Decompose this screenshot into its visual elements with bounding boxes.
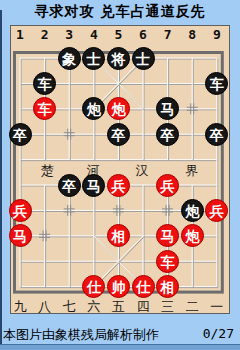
footer-caption: 本图片由象棋残局解析制作	[3, 326, 159, 344]
piece-black-horse: 马	[82, 174, 105, 197]
window-left-edge	[0, 10, 2, 350]
file-label-bottom-3: 七	[60, 298, 78, 316]
file-label-top-5: 5	[109, 27, 127, 42]
piece-black-cannon: 炮	[181, 199, 204, 222]
file-label-top-1: 1	[11, 27, 29, 42]
piece-red-rook: 车	[156, 250, 179, 273]
piece-black-advisor: 士	[82, 47, 105, 70]
piece-red-pawn: 兵	[9, 199, 32, 222]
piece-red-cannon: 炮	[181, 224, 204, 247]
file-label-top-9: 9	[208, 27, 226, 42]
file-label-bottom-2: 八	[36, 298, 54, 316]
piece-red-pawn: 兵	[107, 174, 130, 197]
piece-black-pawn: 卒	[205, 123, 228, 146]
footer-bar: 本图片由象棋残局解析制作 0/27	[0, 326, 240, 344]
file-label-bottom-7: 三	[159, 298, 177, 316]
move-counter: 0/27	[203, 326, 234, 341]
file-label-top-6: 6	[134, 27, 152, 42]
river-label-4: 界	[184, 162, 200, 180]
file-label-bottom-6: 四	[134, 298, 152, 316]
file-label-top-3: 3	[60, 27, 78, 42]
piece-black-pawn: 卒	[58, 174, 81, 197]
piece-black-elephant: 象	[58, 47, 81, 70]
piece-black-pawn: 卒	[107, 123, 130, 146]
page-title: 寻求对攻 兑车占通道反先	[0, 3, 240, 21]
file-label-top-2: 2	[36, 27, 54, 42]
piece-black-advisor: 士	[132, 47, 155, 70]
piece-black-king: 将	[107, 47, 130, 70]
piece-black-pawn: 卒	[156, 123, 179, 146]
file-label-top-7: 7	[159, 27, 177, 42]
piece-red-advisor: 仕	[132, 275, 155, 298]
file-label-bottom-4: 六	[85, 298, 103, 316]
river-label-1: 楚	[39, 162, 55, 180]
piece-red-king: 帅	[107, 275, 130, 298]
piece-black-rook: 车	[33, 72, 56, 95]
river-label-3: 汉	[134, 162, 150, 180]
piece-black-pawn: 卒	[9, 123, 32, 146]
file-label-bottom-1: 九	[11, 298, 29, 316]
piece-red-pawn: 兵	[156, 174, 179, 197]
file-label-bottom-8: 二	[183, 298, 201, 316]
file-label-bottom-9: 一	[208, 298, 226, 316]
piece-red-horse: 马	[9, 224, 32, 247]
window-bottom-edge	[0, 344, 240, 350]
file-label-bottom-5: 五	[109, 298, 127, 316]
file-label-top-4: 4	[85, 27, 103, 42]
file-label-top-8: 8	[183, 27, 201, 42]
board-panel: 123456789九八七六五四三二一楚河汉界象士将士车车车炮炮马卒卒卒卒卒马兵兵…	[10, 25, 230, 314]
